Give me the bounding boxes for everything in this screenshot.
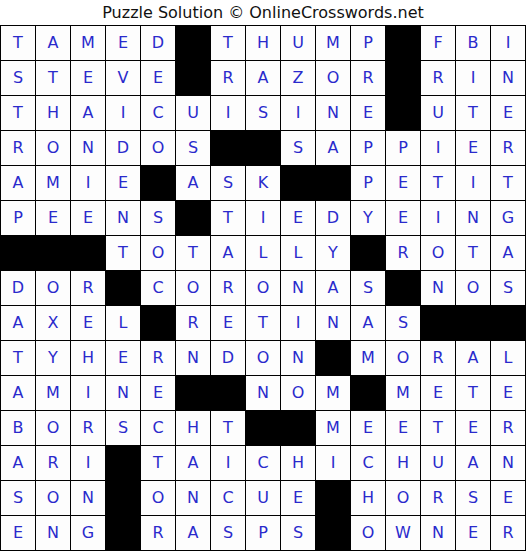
cell-r15c14: E	[456, 516, 490, 550]
cell-r6c4: N	[106, 201, 140, 235]
cell-r5c3: I	[71, 166, 105, 200]
cell-r4c13: I	[421, 131, 455, 165]
cell-r13c15: N	[491, 446, 525, 480]
cell-r15c3: G	[71, 516, 105, 550]
cell-r3c3: A	[71, 96, 105, 130]
cell-r9c4: L	[106, 306, 140, 340]
cell-r11c9: O	[281, 376, 315, 410]
cell-r1c14: B	[456, 26, 490, 60]
cell-r7c14: T	[456, 236, 490, 270]
cell-r14c9: E	[281, 481, 315, 515]
cell-r6c2: E	[36, 201, 70, 235]
cell-r7c4: T	[106, 236, 140, 270]
cell-r2c10: O	[316, 61, 350, 95]
cell-r14c12: O	[386, 481, 420, 515]
cell-r6c9: E	[281, 201, 315, 235]
block-r11c6	[176, 376, 210, 410]
cell-r1c8: H	[246, 26, 280, 60]
cell-r10c8: O	[246, 341, 280, 375]
cell-r14c6: N	[176, 481, 210, 515]
cell-r13c2: R	[36, 446, 70, 480]
cell-r11c5: E	[141, 376, 175, 410]
cell-r10c2: Y	[36, 341, 70, 375]
cell-r6c11: Y	[351, 201, 385, 235]
cell-r10c12: O	[386, 341, 420, 375]
cell-r15c2: N	[36, 516, 70, 550]
cell-r4c10: A	[316, 131, 350, 165]
cell-r8c7: R	[211, 271, 245, 305]
cell-r15c11: O	[351, 516, 385, 550]
cell-r11c12: M	[386, 376, 420, 410]
block-r7c3	[71, 236, 105, 270]
block-r9c14	[456, 306, 490, 340]
cell-r5c6: A	[176, 166, 210, 200]
cell-r3c9: I	[281, 96, 315, 130]
cell-r9c11: A	[351, 306, 385, 340]
cell-r9c2: X	[36, 306, 70, 340]
cell-r14c3: N	[71, 481, 105, 515]
cell-r8c10: A	[316, 271, 350, 305]
block-r12c8	[246, 411, 280, 445]
cell-r9c1: A	[1, 306, 35, 340]
cell-r15c5: R	[141, 516, 175, 550]
block-r7c2	[36, 236, 70, 270]
block-r10c10	[316, 341, 350, 375]
cell-r3c1: T	[1, 96, 35, 130]
cell-r2c14: I	[456, 61, 490, 95]
cell-r1c2: A	[36, 26, 70, 60]
cell-r4c9: S	[281, 131, 315, 165]
cell-r9c12: S	[386, 306, 420, 340]
block-r1c12	[386, 26, 420, 60]
cell-r12c3: R	[71, 411, 105, 445]
cell-r8c1: D	[1, 271, 35, 305]
cell-r7c13: O	[421, 236, 455, 270]
cell-r1c11: P	[351, 26, 385, 60]
cell-r9c3: E	[71, 306, 105, 340]
cell-r10c14: A	[456, 341, 490, 375]
cell-r1c4: E	[106, 26, 140, 60]
block-r9c13	[421, 306, 455, 340]
cell-r12c11: E	[351, 411, 385, 445]
cell-r4c11: P	[351, 131, 385, 165]
cell-r13c3: I	[71, 446, 105, 480]
cell-r9c6: R	[176, 306, 210, 340]
cell-r1c3: M	[71, 26, 105, 60]
cell-r14c15: E	[491, 481, 525, 515]
cell-r3c8: S	[246, 96, 280, 130]
cell-r1c9: U	[281, 26, 315, 60]
cell-r8c2: O	[36, 271, 70, 305]
cell-r1c1: T	[1, 26, 35, 60]
block-r1c6	[176, 26, 210, 60]
block-r4c7	[211, 131, 245, 165]
block-r12c9	[281, 411, 315, 445]
block-r3c12	[386, 96, 420, 130]
block-r4c8	[246, 131, 280, 165]
cell-r12c6: H	[176, 411, 210, 445]
cell-r4c5: O	[141, 131, 175, 165]
cell-r13c11: C	[351, 446, 385, 480]
cell-r6c12: E	[386, 201, 420, 235]
cell-r14c5: O	[141, 481, 175, 515]
cell-r6c8: I	[246, 201, 280, 235]
cell-r1c15: I	[491, 26, 525, 60]
cell-r13c6: A	[176, 446, 210, 480]
cell-r11c15: E	[491, 376, 525, 410]
block-r7c11	[351, 236, 385, 270]
cell-r2c9: Z	[281, 61, 315, 95]
cell-r13c8: C	[246, 446, 280, 480]
cell-r12c13: T	[421, 411, 455, 445]
cell-r1c5: D	[141, 26, 175, 60]
cell-r3c2: H	[36, 96, 70, 130]
cell-r6c15: G	[491, 201, 525, 235]
cell-r14c7: C	[211, 481, 245, 515]
cell-r14c11: H	[351, 481, 385, 515]
block-r15c4	[106, 516, 140, 550]
page-title: Puzzle Solution © OnlineCrosswords.net	[0, 0, 526, 25]
cell-r12c12: E	[386, 411, 420, 445]
cell-r2c1: S	[1, 61, 35, 95]
cell-r13c14: A	[456, 446, 490, 480]
cell-r9c7: E	[211, 306, 245, 340]
cell-r1c7: T	[211, 26, 245, 60]
cell-r8c3: R	[71, 271, 105, 305]
cell-r5c8: K	[246, 166, 280, 200]
cell-r5c14: I	[456, 166, 490, 200]
cell-r6c1: P	[1, 201, 35, 235]
cell-r11c3: I	[71, 376, 105, 410]
cell-r15c13: N	[421, 516, 455, 550]
block-r8c12	[386, 271, 420, 305]
cell-r2c4: V	[106, 61, 140, 95]
cell-r2c3: E	[71, 61, 105, 95]
cell-r10c4: E	[106, 341, 140, 375]
cell-r7c15: A	[491, 236, 525, 270]
block-r5c9	[281, 166, 315, 200]
cell-r6c10: D	[316, 201, 350, 235]
cell-r2c2: T	[36, 61, 70, 95]
cell-r4c3: N	[71, 131, 105, 165]
cell-r15c1: E	[1, 516, 35, 550]
cell-r2c5: E	[141, 61, 175, 95]
cell-r11c1: A	[1, 376, 35, 410]
cell-r15c15: R	[491, 516, 525, 550]
cell-r3c4: I	[106, 96, 140, 130]
cell-r14c1: S	[1, 481, 35, 515]
cell-r10c1: T	[1, 341, 35, 375]
cell-r7c8: L	[246, 236, 280, 270]
cell-r5c13: T	[421, 166, 455, 200]
cell-r9c10: N	[316, 306, 350, 340]
cell-r7c5: O	[141, 236, 175, 270]
cell-r10c5: R	[141, 341, 175, 375]
block-r9c15	[491, 306, 525, 340]
cell-r10c7: D	[211, 341, 245, 375]
cell-r3c13: U	[421, 96, 455, 130]
cell-r2c11: R	[351, 61, 385, 95]
cell-r4c15: R	[491, 131, 525, 165]
cell-r2c7: R	[211, 61, 245, 95]
cell-r2c8: A	[246, 61, 280, 95]
cell-r4c14: E	[456, 131, 490, 165]
block-r15c10	[316, 516, 350, 550]
cell-r6c14: N	[456, 201, 490, 235]
cell-r2c15: N	[491, 61, 525, 95]
cell-r12c14: E	[456, 411, 490, 445]
cell-r12c15: R	[491, 411, 525, 445]
cell-r10c6: N	[176, 341, 210, 375]
cell-r5c11: P	[351, 166, 385, 200]
cell-r15c8: P	[246, 516, 280, 550]
cell-r4c12: P	[386, 131, 420, 165]
block-r2c12	[386, 61, 420, 95]
cell-r5c2: M	[36, 166, 70, 200]
cell-r3c7: I	[211, 96, 245, 130]
cell-r3c11: E	[351, 96, 385, 130]
cell-r14c2: O	[36, 481, 70, 515]
cell-r11c8: N	[246, 376, 280, 410]
block-r11c7	[211, 376, 245, 410]
cell-r9c8: T	[246, 306, 280, 340]
cell-r5c4: E	[106, 166, 140, 200]
cell-r11c13: E	[421, 376, 455, 410]
cell-r6c7: T	[211, 201, 245, 235]
cell-r4c4: D	[106, 131, 140, 165]
cell-r8c11: S	[351, 271, 385, 305]
cell-r10c15: L	[491, 341, 525, 375]
cell-r3c15: E	[491, 96, 525, 130]
cell-r9c9: I	[281, 306, 315, 340]
cell-r6c13: I	[421, 201, 455, 235]
cell-r12c1: B	[1, 411, 35, 445]
cell-r13c12: H	[386, 446, 420, 480]
cell-r5c12: E	[386, 166, 420, 200]
cell-r11c14: T	[456, 376, 490, 410]
cell-r7c12: R	[386, 236, 420, 270]
cell-r12c5: C	[141, 411, 175, 445]
cell-r1c10: M	[316, 26, 350, 60]
cell-r12c10: M	[316, 411, 350, 445]
cell-r11c10: M	[316, 376, 350, 410]
cell-r13c1: A	[1, 446, 35, 480]
cell-r11c2: M	[36, 376, 70, 410]
block-r14c10	[316, 481, 350, 515]
block-r5c5	[141, 166, 175, 200]
cell-r13c7: I	[211, 446, 245, 480]
cell-r11c4: N	[106, 376, 140, 410]
cell-r3c5: C	[141, 96, 175, 130]
cell-r13c10: I	[316, 446, 350, 480]
cell-r12c7: T	[211, 411, 245, 445]
block-r9c5	[141, 306, 175, 340]
cell-r13c9: H	[281, 446, 315, 480]
cell-r6c5: S	[141, 201, 175, 235]
cell-r8c14: O	[456, 271, 490, 305]
cell-r13c5: T	[141, 446, 175, 480]
cell-r12c4: S	[106, 411, 140, 445]
cell-r7c10: Y	[316, 236, 350, 270]
cell-r15c9: S	[281, 516, 315, 550]
crossword-grid: TAMEDTHUMPFBISTEVERAZORRINTHAICUISINEUTE…	[0, 25, 526, 551]
cell-r7c7: A	[211, 236, 245, 270]
cell-r10c11: M	[351, 341, 385, 375]
cell-r8c15: S	[491, 271, 525, 305]
cell-r8c8: O	[246, 271, 280, 305]
cell-r7c6: T	[176, 236, 210, 270]
cell-r12c2: O	[36, 411, 70, 445]
block-r11c11	[351, 376, 385, 410]
cell-r5c7: S	[211, 166, 245, 200]
block-r7c1	[1, 236, 35, 270]
cell-r3c6: U	[176, 96, 210, 130]
cell-r10c13: R	[421, 341, 455, 375]
cell-r4c1: R	[1, 131, 35, 165]
cell-r8c6: O	[176, 271, 210, 305]
block-r5c10	[316, 166, 350, 200]
cell-r14c13: R	[421, 481, 455, 515]
cell-r5c1: A	[1, 166, 35, 200]
block-r14c4	[106, 481, 140, 515]
cell-r5c15: T	[491, 166, 525, 200]
cell-r6c3: E	[71, 201, 105, 235]
cell-r4c2: O	[36, 131, 70, 165]
cell-r8c5: C	[141, 271, 175, 305]
cell-r4c6: S	[176, 131, 210, 165]
block-r6c6	[176, 201, 210, 235]
cell-r10c9: N	[281, 341, 315, 375]
cell-r14c14: S	[456, 481, 490, 515]
cell-r3c10: N	[316, 96, 350, 130]
block-r8c4	[106, 271, 140, 305]
cell-r15c6: A	[176, 516, 210, 550]
cell-r1c13: F	[421, 26, 455, 60]
cell-r2c13: R	[421, 61, 455, 95]
cell-r7c9: L	[281, 236, 315, 270]
cell-r8c9: N	[281, 271, 315, 305]
block-r13c4	[106, 446, 140, 480]
cell-r3c14: T	[456, 96, 490, 130]
cell-r15c12: W	[386, 516, 420, 550]
block-r2c6	[176, 61, 210, 95]
cell-r15c7: S	[211, 516, 245, 550]
cell-r8c13: N	[421, 271, 455, 305]
cell-r14c8: U	[246, 481, 280, 515]
cell-r10c3: H	[71, 341, 105, 375]
cell-r13c13: U	[421, 446, 455, 480]
